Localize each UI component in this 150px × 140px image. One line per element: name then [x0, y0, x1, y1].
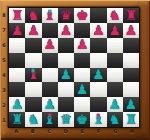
piece-black-bishop-b4[interactable]: ♝: [27, 68, 39, 82]
piece-black-pawn-f7[interactable]: ♟: [92, 23, 104, 37]
square-h1[interactable]: ♜: [123, 112, 139, 127]
file-label-e: E: [74, 127, 91, 135]
square-h6[interactable]: [123, 38, 139, 53]
square-g1[interactable]: ♞: [107, 112, 123, 127]
rank-label-1: 1: [0, 113, 8, 128]
square-h4[interactable]: [123, 68, 139, 83]
rank-label-2: 2: [0, 98, 8, 113]
bishop-mitre-tip-icon: [97, 113, 100, 117]
file-labels: ABCDEFGH: [8, 127, 140, 135]
square-f4[interactable]: ♟: [90, 68, 106, 83]
bishop-mitre-tip-icon: [32, 69, 35, 73]
square-c4[interactable]: [42, 68, 58, 83]
piece-white-pawn-e3[interactable]: ♟: [76, 83, 88, 97]
piece-black-pawn-e6[interactable]: ♟: [76, 38, 88, 52]
square-g5[interactable]: [107, 53, 123, 68]
piece-white-pawn-d4[interactable]: ♟: [60, 68, 72, 82]
square-b1[interactable]: ♞: [25, 112, 41, 127]
piece-black-pawn-a7[interactable]: ♟: [11, 23, 23, 37]
square-g4[interactable]: [107, 68, 123, 83]
square-d6[interactable]: [58, 38, 74, 53]
square-a6[interactable]: [9, 38, 25, 53]
square-g7[interactable]: ♟: [107, 23, 123, 38]
rank-label-6: 6: [0, 37, 8, 52]
file-label-f: F: [91, 127, 108, 135]
square-a7[interactable]: ♟: [9, 23, 25, 38]
square-c5[interactable]: [42, 53, 58, 68]
file-label-b: B: [25, 127, 42, 135]
file-label-d: D: [58, 127, 75, 135]
rank-labels: 87654321: [0, 7, 8, 128]
square-g6[interactable]: [107, 38, 123, 53]
piece-white-rook-h1[interactable]: ♜: [125, 112, 137, 126]
square-b6[interactable]: [25, 38, 41, 53]
square-a1[interactable]: ♜: [9, 112, 25, 127]
piece-white-pawn-f4[interactable]: ♟: [92, 68, 104, 82]
file-label-h: H: [124, 127, 141, 135]
piece-black-pawn-d7[interactable]: ♟: [60, 23, 72, 37]
square-e8[interactable]: ♚: [74, 8, 90, 23]
bishop-mitre-tip-icon: [48, 9, 51, 13]
piece-black-pawn-b7[interactable]: ♟: [27, 23, 39, 37]
chess-board-frame: 87654321 ♜♞♝♛♚♞♜♟♟♟♟♟♟♟♟♝♟♟♟♟♟♟♟♜♞♝♛♚♝♞♜…: [0, 0, 150, 140]
piece-white-pawn-g2[interactable]: ♟: [109, 97, 121, 111]
piece-black-rook-h8[interactable]: ♜: [125, 8, 137, 22]
piece-white-knight-g1[interactable]: ♞: [109, 112, 121, 126]
square-b7[interactable]: ♟: [25, 23, 41, 38]
square-f6[interactable]: [90, 38, 106, 53]
square-d4[interactable]: ♟: [58, 68, 74, 83]
piece-white-knight-b1[interactable]: ♞: [27, 112, 39, 126]
square-d1[interactable]: ♛: [58, 112, 74, 127]
piece-black-pawn-c6[interactable]: ♟: [44, 38, 56, 52]
bishop-mitre-tip-icon: [48, 113, 51, 117]
piece-black-king-e8[interactable]: ♚: [76, 8, 88, 22]
chess-board: ♜♞♝♛♚♞♜♟♟♟♟♟♟♟♟♝♟♟♟♟♟♟♟♜♞♝♛♚♝♞♜: [8, 7, 140, 128]
rank-label-7: 7: [0, 22, 8, 37]
piece-black-bishop-c8[interactable]: ♝: [44, 8, 56, 22]
square-c1[interactable]: ♝: [42, 112, 58, 127]
square-e6[interactable]: ♟: [74, 38, 90, 53]
piece-black-pawn-g7[interactable]: ♟: [109, 23, 121, 37]
square-b4[interactable]: ♝: [25, 68, 41, 83]
square-d7[interactable]: ♟: [58, 23, 74, 38]
rank-label-3: 3: [0, 83, 8, 98]
rank-label-8: 8: [0, 7, 8, 22]
piece-white-king-e1[interactable]: ♚: [76, 112, 88, 126]
piece-black-knight-g8[interactable]: ♞: [109, 8, 121, 22]
file-label-c: C: [41, 127, 58, 135]
piece-black-knight-b8[interactable]: ♞: [27, 8, 39, 22]
piece-white-rook-a1[interactable]: ♜: [11, 112, 23, 126]
square-h5[interactable]: [123, 53, 139, 68]
piece-white-bishop-c1[interactable]: ♝: [44, 112, 56, 126]
square-c8[interactable]: ♝: [42, 8, 58, 23]
rank-label-5: 5: [0, 52, 8, 67]
square-h7[interactable]: ♟: [123, 23, 139, 38]
piece-black-pawn-h7[interactable]: ♟: [125, 23, 137, 37]
square-f3[interactable]: [90, 82, 106, 97]
piece-white-queen-d1[interactable]: ♛: [60, 112, 72, 126]
rank-label-4: 4: [0, 68, 8, 83]
piece-white-pawn-h2[interactable]: ♟: [125, 97, 137, 111]
square-a4[interactable]: [9, 68, 25, 83]
square-e5[interactable]: [74, 53, 90, 68]
piece-white-pawn-c2[interactable]: ♟: [44, 97, 56, 111]
file-label-a: A: [8, 127, 25, 135]
piece-black-rook-a8[interactable]: ♜: [11, 8, 23, 22]
file-label-g: G: [107, 127, 124, 135]
square-e3[interactable]: ♟: [74, 82, 90, 97]
piece-white-pawn-a2[interactable]: ♟: [11, 97, 23, 111]
square-f7[interactable]: ♟: [90, 23, 106, 38]
square-d3[interactable]: [58, 82, 74, 97]
square-e1[interactable]: ♚: [74, 112, 90, 127]
piece-black-queen-d8[interactable]: ♛: [60, 8, 72, 22]
square-f1[interactable]: ♝: [90, 112, 106, 127]
piece-white-bishop-f1[interactable]: ♝: [92, 112, 104, 126]
square-a5[interactable]: [9, 53, 25, 68]
square-c6[interactable]: ♟: [42, 38, 58, 53]
square-b3[interactable]: [25, 82, 41, 97]
